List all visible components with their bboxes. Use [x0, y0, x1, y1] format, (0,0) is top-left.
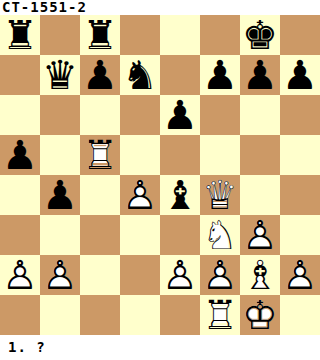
- black-pawn-icon: ♟: [80, 55, 120, 95]
- piece-outline-layer: ♙: [120, 175, 160, 215]
- black-pawn-icon: ♟: [240, 55, 280, 95]
- square-b8[interactable]: [40, 15, 80, 55]
- piece-fill-layer: ♟: [160, 95, 200, 135]
- square-g2[interactable]: ♝♗: [240, 255, 280, 295]
- white-pawn-icon: ♟♙: [120, 175, 160, 215]
- square-a5[interactable]: ♟: [0, 135, 40, 175]
- black-knight-icon: ♞: [120, 55, 160, 95]
- square-f4[interactable]: ♛♕: [200, 175, 240, 215]
- square-g5[interactable]: [240, 135, 280, 175]
- piece-outline-layer: ♙: [280, 255, 320, 295]
- square-a6[interactable]: [0, 95, 40, 135]
- black-pawn-icon: ♟: [280, 55, 320, 95]
- square-c2[interactable]: [80, 255, 120, 295]
- square-d2[interactable]: [120, 255, 160, 295]
- square-b2[interactable]: ♟♙: [40, 255, 80, 295]
- white-pawn-icon: ♟♙: [40, 255, 80, 295]
- square-a4[interactable]: [0, 175, 40, 215]
- square-a2[interactable]: ♟♙: [0, 255, 40, 295]
- square-f2[interactable]: ♟♙: [200, 255, 240, 295]
- square-e2[interactable]: ♟♙: [160, 255, 200, 295]
- move-prompt: 1. ?: [0, 335, 320, 360]
- square-h7[interactable]: ♟: [280, 55, 320, 95]
- square-h3[interactable]: [280, 215, 320, 255]
- square-d1[interactable]: [120, 295, 160, 335]
- square-d7[interactable]: ♞: [120, 55, 160, 95]
- piece-outline-layer: ♖: [200, 295, 240, 335]
- square-e7[interactable]: [160, 55, 200, 95]
- white-bishop-icon: ♝♗: [240, 255, 280, 295]
- square-b1[interactable]: [40, 295, 80, 335]
- piece-fill-layer: ♛: [40, 55, 80, 95]
- square-e5[interactable]: [160, 135, 200, 175]
- piece-fill-layer: ♟: [80, 55, 120, 95]
- black-pawn-icon: ♟: [200, 55, 240, 95]
- piece-fill-layer: ♟: [240, 55, 280, 95]
- square-b6[interactable]: [40, 95, 80, 135]
- square-g4[interactable]: [240, 175, 280, 215]
- white-pawn-icon: ♟♙: [0, 255, 40, 295]
- square-h2[interactable]: ♟♙: [280, 255, 320, 295]
- square-a7[interactable]: [0, 55, 40, 95]
- black-bishop-icon: ♝: [160, 175, 200, 215]
- piece-outline-layer: ♙: [240, 215, 280, 255]
- square-d8[interactable]: [120, 15, 160, 55]
- square-h1[interactable]: [280, 295, 320, 335]
- square-h8[interactable]: [280, 15, 320, 55]
- white-queen-icon: ♛♕: [200, 175, 240, 215]
- square-c5[interactable]: ♜♖: [80, 135, 120, 175]
- square-a1[interactable]: [0, 295, 40, 335]
- square-h5[interactable]: [280, 135, 320, 175]
- square-h4[interactable]: [280, 175, 320, 215]
- piece-outline-layer: ♘: [200, 215, 240, 255]
- piece-outline-layer: ♖: [80, 135, 120, 175]
- piece-fill-layer: ♟: [200, 55, 240, 95]
- square-b7[interactable]: ♛: [40, 55, 80, 95]
- square-b3[interactable]: [40, 215, 80, 255]
- white-rook-icon: ♜♖: [200, 295, 240, 335]
- square-c8[interactable]: ♜: [80, 15, 120, 55]
- piece-outline-layer: ♕: [200, 175, 240, 215]
- square-e6[interactable]: ♟: [160, 95, 200, 135]
- chess-puzzle-window: CT-1551-2 ♜♜♚♛♟♞♟♟♟♟♟♜♖♟♟♙♝♛♕♞♘♟♙♟♙♟♙♟♙♟…: [0, 0, 320, 360]
- piece-outline-layer: ♙: [40, 255, 80, 295]
- square-e3[interactable]: [160, 215, 200, 255]
- white-rook-icon: ♜♖: [80, 135, 120, 175]
- square-a3[interactable]: [0, 215, 40, 255]
- square-c6[interactable]: [80, 95, 120, 135]
- square-d6[interactable]: [120, 95, 160, 135]
- white-pawn-icon: ♟♙: [280, 255, 320, 295]
- square-c7[interactable]: ♟: [80, 55, 120, 95]
- white-pawn-icon: ♟♙: [160, 255, 200, 295]
- square-d5[interactable]: [120, 135, 160, 175]
- black-pawn-icon: ♟: [0, 135, 40, 175]
- black-queen-icon: ♛: [40, 55, 80, 95]
- piece-fill-layer: ♜: [0, 15, 40, 55]
- square-h6[interactable]: [280, 95, 320, 135]
- piece-outline-layer: ♗: [240, 255, 280, 295]
- square-a8[interactable]: ♜: [0, 15, 40, 55]
- square-c4[interactable]: [80, 175, 120, 215]
- square-g8[interactable]: ♚: [240, 15, 280, 55]
- square-c3[interactable]: [80, 215, 120, 255]
- square-e8[interactable]: [160, 15, 200, 55]
- square-f1[interactable]: ♜♖: [200, 295, 240, 335]
- chess-board: ♜♜♚♛♟♞♟♟♟♟♟♜♖♟♟♙♝♛♕♞♘♟♙♟♙♟♙♟♙♟♙♝♗♟♙♜♖♚♔: [0, 15, 320, 335]
- square-g6[interactable]: [240, 95, 280, 135]
- square-c1[interactable]: [80, 295, 120, 335]
- square-g3[interactable]: ♟♙: [240, 215, 280, 255]
- square-e1[interactable]: [160, 295, 200, 335]
- piece-fill-layer: ♟: [40, 175, 80, 215]
- black-pawn-icon: ♟: [40, 175, 80, 215]
- black-rook-icon: ♜: [80, 15, 120, 55]
- square-d4[interactable]: ♟♙: [120, 175, 160, 215]
- black-pawn-icon: ♟: [160, 95, 200, 135]
- black-king-icon: ♚: [240, 15, 280, 55]
- square-f8[interactable]: [200, 15, 240, 55]
- square-d3[interactable]: [120, 215, 160, 255]
- square-f5[interactable]: [200, 135, 240, 175]
- piece-fill-layer: ♝: [160, 175, 200, 215]
- piece-outline-layer: ♙: [0, 255, 40, 295]
- white-pawn-icon: ♟♙: [240, 215, 280, 255]
- piece-outline-layer: ♙: [200, 255, 240, 295]
- white-pawn-icon: ♟♙: [200, 255, 240, 295]
- black-rook-icon: ♜: [0, 15, 40, 55]
- white-knight-icon: ♞♘: [200, 215, 240, 255]
- square-b5[interactable]: [40, 135, 80, 175]
- square-e4[interactable]: ♝: [160, 175, 200, 215]
- white-king-icon: ♚♔: [240, 295, 280, 335]
- square-g1[interactable]: ♚♔: [240, 295, 280, 335]
- piece-fill-layer: ♚: [240, 15, 280, 55]
- piece-outline-layer: ♔: [240, 295, 280, 335]
- square-f3[interactable]: ♞♘: [200, 215, 240, 255]
- piece-fill-layer: ♜: [80, 15, 120, 55]
- square-f6[interactable]: [200, 95, 240, 135]
- piece-fill-layer: ♞: [120, 55, 160, 95]
- piece-fill-layer: ♟: [280, 55, 320, 95]
- square-g7[interactable]: ♟: [240, 55, 280, 95]
- piece-outline-layer: ♙: [160, 255, 200, 295]
- piece-fill-layer: ♟: [0, 135, 40, 175]
- square-f7[interactable]: ♟: [200, 55, 240, 95]
- square-b4[interactable]: ♟: [40, 175, 80, 215]
